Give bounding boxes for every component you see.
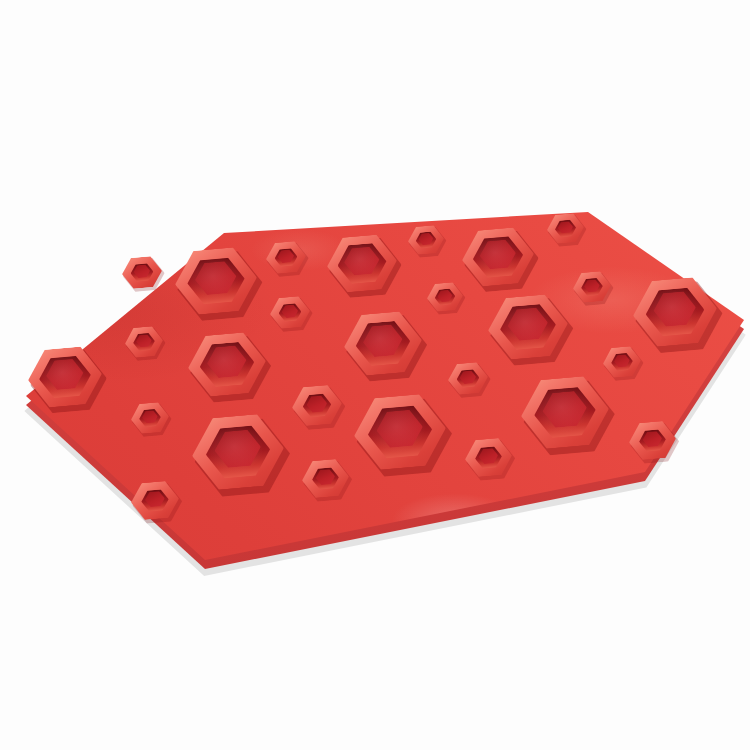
cavity-floor [277, 249, 294, 263]
mold-cavity-small [121, 255, 164, 289]
cavity-floor [459, 370, 476, 384]
mold-cavities [0, 0, 750, 750]
mold-cavity-small [407, 224, 445, 255]
cavity-floor [136, 334, 153, 348]
cavity-floor [144, 490, 165, 507]
mold-cavity-small [265, 240, 308, 274]
mold-cavity-small [290, 383, 343, 426]
mold-cavity-small [129, 479, 180, 520]
mold-cavity-small [426, 281, 464, 312]
cavity-floor [142, 410, 159, 424]
cavity-floor [478, 447, 499, 464]
cavity-floor [362, 323, 404, 357]
mold-cavity-small [463, 437, 513, 478]
cavity-floor [375, 409, 424, 449]
cavity-floor [133, 264, 150, 278]
mold-cavity-small [130, 401, 170, 434]
mold-cavity-small [269, 295, 312, 329]
mold-cavity-large [341, 309, 424, 377]
cavity-floor [506, 307, 549, 342]
cavity-floor [642, 430, 663, 447]
product-photo [0, 0, 750, 750]
cavity-floor [281, 304, 298, 318]
cavity-floor [557, 220, 573, 233]
mold-cavity-large [351, 392, 449, 472]
mold-cavity-small [627, 420, 677, 461]
cavity-floor [194, 260, 238, 296]
cavity-floor [418, 233, 434, 246]
cavity-floor [584, 279, 601, 293]
cavity-floor [306, 395, 328, 413]
cavity-floor [343, 245, 381, 276]
mold-cavity-small [572, 270, 612, 303]
cavity-floor [213, 429, 262, 469]
mold-cavity-small [447, 361, 490, 395]
mold-cavity-large [172, 246, 259, 317]
mold-cavity-small [300, 458, 350, 499]
mold-cavity-small [545, 212, 584, 244]
mold-cavity-large [185, 330, 268, 398]
mold-cavity-small [124, 325, 164, 358]
mold-cavity-small [602, 345, 642, 378]
cavity-floor [541, 390, 588, 429]
mold-cavity-large [26, 345, 105, 409]
cavity-floor [45, 358, 85, 390]
cavity-floor [315, 468, 336, 485]
cavity-floor [614, 354, 631, 368]
mold-cavity-large [325, 233, 400, 294]
mold-cavity-large [189, 412, 287, 492]
mold-cavity-large [460, 226, 537, 288]
mold-cavity-large [630, 275, 719, 348]
cavity-floor [206, 344, 248, 378]
cavity-floor [478, 239, 517, 270]
cavity-floor [437, 290, 453, 303]
cavity-floor [652, 291, 697, 328]
mold-cavity-large [518, 374, 612, 450]
mold-cavity-large [485, 293, 570, 362]
